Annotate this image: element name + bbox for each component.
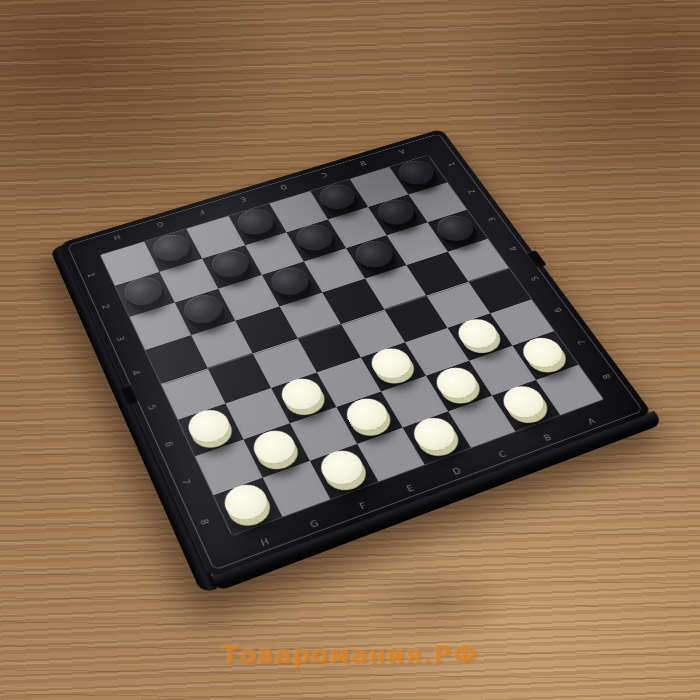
- black-checker: [393, 157, 439, 188]
- watermark-text: Товаромания.РФ: [222, 640, 479, 669]
- scene-3d: HGFEDCBA HGFEDCBA 12345678 12345678: [0, 0, 700, 700]
- hinge-right: [526, 250, 546, 268]
- black-checker: [148, 231, 194, 265]
- folding-checkers-board: HGFEDCBA HGFEDCBA 12345678 12345678: [60, 129, 653, 579]
- black-checker: [233, 205, 279, 238]
- product-photo-scene: HGFEDCBA HGFEDCBA 12345678 12345678 Това…: [0, 0, 700, 700]
